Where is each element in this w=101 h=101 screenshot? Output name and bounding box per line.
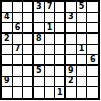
cell-r8c2-empty[interactable]: [13, 77, 24, 88]
cell-r5c4-empty[interactable]: [34, 45, 45, 56]
cell-r7c8-empty[interactable]: [77, 66, 88, 77]
cell-r4c3-empty[interactable]: [23, 34, 34, 45]
cell-r6c2-empty[interactable]: [13, 55, 24, 66]
cell-r8c4-empty[interactable]: [34, 77, 45, 88]
cell-r7c6-empty[interactable]: [55, 66, 66, 77]
cell-r1c8-given[interactable]: 5: [77, 2, 88, 13]
cell-r4c9-empty[interactable]: [87, 34, 98, 45]
cell-r8c8-empty[interactable]: [77, 77, 88, 88]
cell-r7c5-empty[interactable]: [45, 66, 56, 77]
cell-r5c8-given[interactable]: 1: [77, 45, 88, 56]
cell-r5c3-empty[interactable]: [23, 45, 34, 56]
cell-r9c8-empty[interactable]: [77, 87, 88, 98]
cell-r1c6-empty[interactable]: [55, 2, 66, 13]
cell-r2c3-empty[interactable]: [23, 13, 34, 24]
cell-r6c6-empty[interactable]: [55, 55, 66, 66]
cell-r2c5-empty[interactable]: [45, 13, 56, 24]
cell-r9c2-empty[interactable]: [13, 87, 24, 98]
cell-r6c9-given[interactable]: 6: [87, 55, 98, 66]
cell-r8c5-empty[interactable]: [45, 77, 56, 88]
cell-r6c5-empty[interactable]: [45, 55, 56, 66]
cell-r3c9-empty[interactable]: [87, 23, 98, 34]
cell-r6c4-empty[interactable]: [34, 55, 45, 66]
cell-r1c1-empty[interactable]: [2, 2, 13, 13]
cell-r7c2-empty[interactable]: [13, 66, 24, 77]
cell-r9c4-empty[interactable]: [34, 87, 45, 98]
cell-r1c5-given[interactable]: 7: [45, 2, 56, 13]
cell-r3c3-empty[interactable]: [23, 23, 34, 34]
cell-r5c5-empty[interactable]: [45, 45, 56, 56]
cell-r1c2-empty[interactable]: [13, 2, 24, 13]
cell-r3c8-empty[interactable]: [77, 23, 88, 34]
cell-r3c7-empty[interactable]: [66, 23, 77, 34]
cell-r6c7-empty[interactable]: [66, 55, 77, 66]
cell-r4c2-empty[interactable]: [13, 34, 24, 45]
cell-r2c9-empty[interactable]: [87, 13, 98, 24]
cell-r5c1-empty[interactable]: [2, 45, 13, 56]
cell-r8c3-empty[interactable]: [23, 77, 34, 88]
cell-r4c4-given[interactable]: 8: [34, 34, 45, 45]
cell-r3c1-empty[interactable]: [2, 23, 13, 34]
sudoku-board: 37543612871659921: [0, 0, 100, 100]
cell-r2c8-empty[interactable]: [77, 13, 88, 24]
cell-r6c3-empty[interactable]: [23, 55, 34, 66]
cell-r9c5-empty[interactable]: [45, 87, 56, 98]
cell-r9c9-empty[interactable]: [87, 87, 98, 98]
cell-r4c7-empty[interactable]: [66, 34, 77, 45]
cell-r7c9-empty[interactable]: [87, 66, 98, 77]
cell-r2c1-given[interactable]: 4: [2, 13, 13, 24]
cell-r1c9-empty[interactable]: [87, 2, 98, 13]
cell-r2c4-empty[interactable]: [34, 13, 45, 24]
cell-r7c7-given[interactable]: 9: [66, 66, 77, 77]
cell-r2c7-given[interactable]: 3: [66, 13, 77, 24]
cell-r3c4-empty[interactable]: [34, 23, 45, 34]
cell-r8c9-empty[interactable]: [87, 77, 98, 88]
cell-r6c1-empty[interactable]: [2, 55, 13, 66]
cell-r4c5-empty[interactable]: [45, 34, 56, 45]
cell-r8c6-empty[interactable]: [55, 77, 66, 88]
cell-r9c1-empty[interactable]: [2, 87, 13, 98]
cell-r2c6-empty[interactable]: [55, 13, 66, 24]
cell-r9c6-given[interactable]: 1: [55, 87, 66, 98]
cell-r5c6-empty[interactable]: [55, 45, 66, 56]
cell-r9c3-empty[interactable]: [23, 87, 34, 98]
cell-r9c7-empty[interactable]: [66, 87, 77, 98]
cell-r3c2-given[interactable]: 6: [13, 23, 24, 34]
cell-r1c4-given[interactable]: 3: [34, 2, 45, 13]
cell-r5c2-given[interactable]: 7: [13, 45, 24, 56]
cell-r8c7-given[interactable]: 2: [66, 77, 77, 88]
cell-r1c3-empty[interactable]: [23, 2, 34, 13]
cell-r4c6-empty[interactable]: [55, 34, 66, 45]
cell-r7c4-given[interactable]: 5: [34, 66, 45, 77]
cell-r3c6-empty[interactable]: [55, 23, 66, 34]
cell-r5c7-empty[interactable]: [66, 45, 77, 56]
cell-r3c5-given[interactable]: 1: [45, 23, 56, 34]
cell-r6c8-empty[interactable]: [77, 55, 88, 66]
cell-r5c9-empty[interactable]: [87, 45, 98, 56]
cell-r8c1-given[interactable]: 9: [2, 77, 13, 88]
cell-r4c1-given[interactable]: 2: [2, 34, 13, 45]
cell-r1c7-empty[interactable]: [66, 2, 77, 13]
cell-r4c8-empty[interactable]: [77, 34, 88, 45]
cell-r7c1-empty[interactable]: [2, 66, 13, 77]
cell-r7c3-empty[interactable]: [23, 66, 34, 77]
cell-r2c2-empty[interactable]: [13, 13, 24, 24]
